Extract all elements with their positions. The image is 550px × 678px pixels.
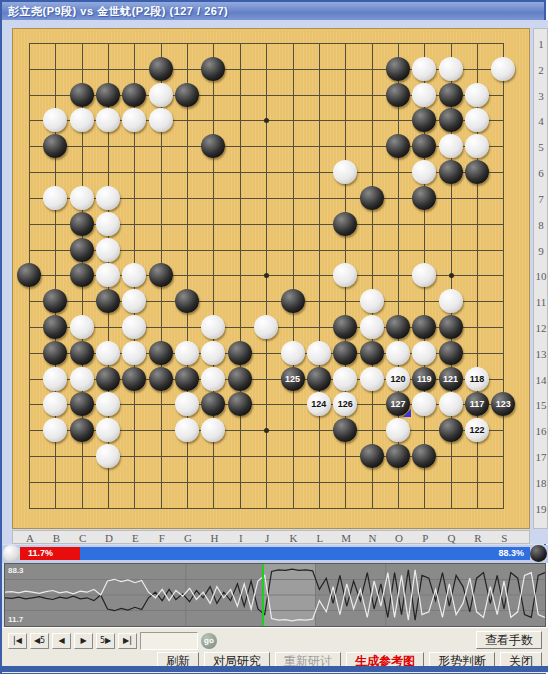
white-stone-G16 <box>175 418 199 442</box>
winrate-track: 11.7% 88.3% <box>20 547 530 560</box>
black-stone-icon <box>530 545 547 562</box>
winrate-red-segment: 11.7% <box>20 547 80 560</box>
nav-button-back5[interactable]: ◀5 <box>30 633 49 649</box>
row-label-14: 14 <box>536 374 547 385</box>
column-label-O: O <box>395 533 403 544</box>
white-stone-L15: 124 <box>307 392 331 416</box>
white-stone-H14 <box>201 367 225 391</box>
black-stone-H2 <box>201 57 225 81</box>
black-stone-M8 <box>333 212 357 236</box>
black-stone-R6 <box>465 160 489 184</box>
row-label-8: 8 <box>538 219 544 230</box>
nav-button-forward5[interactable]: 5▶ <box>96 633 115 649</box>
white-stone-P13 <box>412 341 436 365</box>
white-stone-P10 <box>412 263 436 287</box>
winrate-right-label: 88.3% <box>498 547 524 560</box>
nav-button-back[interactable]: ◀ <box>52 633 71 649</box>
black-stone-I13 <box>228 341 252 365</box>
black-stone-N17 <box>360 444 384 468</box>
white-stone-D16 <box>96 418 120 442</box>
grid-line <box>29 482 504 483</box>
white-stone-G15 <box>175 392 199 416</box>
white-stone-O14: 120 <box>386 367 410 391</box>
black-stone-G3 <box>175 83 199 107</box>
white-stone-Q5 <box>439 134 463 158</box>
white-stone-P15 <box>412 392 436 416</box>
nav-button-first[interactable]: |◀ <box>8 633 27 649</box>
black-stone-O15: 127 <box>386 392 410 416</box>
white-stone-Q11 <box>439 289 463 313</box>
white-stone-D9 <box>96 238 120 262</box>
white-stone-F3 <box>149 83 173 107</box>
white-stone-G13 <box>175 341 199 365</box>
white-stone-L13 <box>307 341 331 365</box>
white-stone-D4 <box>96 108 120 132</box>
column-label-B: B <box>53 533 60 544</box>
window-title: 彭立尧(P9段) vs 金世蚘(P2段) (127 / 267) <box>2 2 544 20</box>
white-stone-E11 <box>122 289 146 313</box>
star-point <box>264 428 269 433</box>
black-stone-A10 <box>17 263 41 287</box>
column-label-S: S <box>501 533 507 544</box>
black-stone-S15: 123 <box>491 392 515 416</box>
black-stone-O5 <box>386 134 410 158</box>
white-stone-H13 <box>201 341 225 365</box>
row-label-5: 5 <box>538 142 544 153</box>
white-stone-icon <box>3 545 20 562</box>
winrate-history-graph[interactable]: 88.3 11.7 <box>4 563 546 627</box>
white-stone-R14: 118 <box>465 367 489 391</box>
grid-line <box>503 43 504 509</box>
black-stone-C16 <box>70 418 94 442</box>
black-stone-Q16 <box>439 418 463 442</box>
black-stone-E3 <box>122 83 146 107</box>
black-stone-P17 <box>412 444 436 468</box>
board-area: 125120119121118124126127117123122 123456… <box>2 20 548 544</box>
black-stone-Q14: 121 <box>439 367 463 391</box>
star-point <box>264 273 269 278</box>
white-stone-B16 <box>43 418 67 442</box>
row-label-19: 19 <box>536 503 547 514</box>
black-stone-N13 <box>360 341 384 365</box>
row-label-1: 1 <box>538 39 544 50</box>
column-coordinate-strip: ABCDEFGHIJKLMNOPQRS <box>12 530 530 544</box>
white-stone-M14 <box>333 367 357 391</box>
white-stone-D7 <box>96 186 120 210</box>
row-label-10: 10 <box>536 271 547 282</box>
row-label-3: 3 <box>538 90 544 101</box>
row-label-16: 16 <box>536 426 547 437</box>
black-stone-O3 <box>386 83 410 107</box>
black-stone-M16 <box>333 418 357 442</box>
white-stone-K13 <box>281 341 305 365</box>
black-stone-G14 <box>175 367 199 391</box>
grid-line <box>372 43 373 509</box>
white-stone-R4 <box>465 108 489 132</box>
white-stone-C7 <box>70 186 94 210</box>
black-stone-Q6 <box>439 160 463 184</box>
black-stone-Q12 <box>439 315 463 339</box>
column-label-N: N <box>369 533 377 544</box>
black-stone-Q4 <box>439 108 463 132</box>
grid-line <box>29 508 504 509</box>
white-stone-D10 <box>96 263 120 287</box>
black-stone-C15 <box>70 392 94 416</box>
black-stone-P7 <box>412 186 436 210</box>
white-stone-N14 <box>360 367 384 391</box>
white-stone-B15 <box>43 392 67 416</box>
app-window: 彭立尧(P9段) vs 金世蚘(P2段) (127 / 267) 1251201… <box>0 0 546 674</box>
white-stone-H12 <box>201 315 225 339</box>
black-stone-C9 <box>70 238 94 262</box>
current-move-cursor[interactable] <box>262 564 264 626</box>
go-board[interactable]: 125120119121118124126127117123122 <box>12 28 530 529</box>
move-number-input[interactable] <box>140 632 198 650</box>
black-stone-P14: 119 <box>412 367 436 391</box>
black-stone-L14 <box>307 367 331 391</box>
white-stone-N11 <box>360 289 384 313</box>
nav-button-last[interactable]: ▶| <box>118 633 137 649</box>
black-stone-F2 <box>149 57 173 81</box>
white-stone-O16 <box>386 418 410 442</box>
black-stone-G11 <box>175 289 199 313</box>
white-stone-Q2 <box>439 57 463 81</box>
black-stone-E14 <box>122 367 146 391</box>
black-stone-H5 <box>201 134 225 158</box>
white-stone-P3 <box>412 83 436 107</box>
white-stone-N12 <box>360 315 384 339</box>
white-stone-R16: 122 <box>465 418 489 442</box>
black-stone-K14: 125 <box>281 367 305 391</box>
white-stone-B7 <box>43 186 67 210</box>
column-label-M: M <box>341 533 351 544</box>
star-point <box>264 118 269 123</box>
row-label-6: 6 <box>538 168 544 179</box>
white-stone-R5 <box>465 134 489 158</box>
black-stone-D3 <box>96 83 120 107</box>
white-stone-C14 <box>70 367 94 391</box>
window-bottom-border <box>2 666 548 672</box>
grid-line <box>319 43 320 509</box>
white-stone-E13 <box>122 341 146 365</box>
go-button[interactable]: go <box>201 633 217 649</box>
row-label-15: 15 <box>536 400 547 411</box>
column-label-P: P <box>422 533 428 544</box>
black-stone-D11 <box>96 289 120 313</box>
white-stone-C12 <box>70 315 94 339</box>
black-stone-P4 <box>412 108 436 132</box>
black-stone-C13 <box>70 341 94 365</box>
black-stone-C8 <box>70 212 94 236</box>
white-stone-B14 <box>43 367 67 391</box>
white-stone-H16 <box>201 418 225 442</box>
black-stone-P12 <box>412 315 436 339</box>
white-stone-R3 <box>465 83 489 107</box>
row-label-7: 7 <box>538 193 544 204</box>
row-label-12: 12 <box>536 323 547 334</box>
white-stone-D8 <box>96 212 120 236</box>
view-moves-button[interactable]: 查看手数 <box>476 631 542 649</box>
winrate-bar: 11.7% 88.3% <box>2 545 548 563</box>
row-label-4: 4 <box>538 116 544 127</box>
black-stone-I15 <box>228 392 252 416</box>
white-stone-S2 <box>491 57 515 81</box>
column-label-H: H <box>210 533 218 544</box>
white-stone-D13 <box>96 341 120 365</box>
black-stone-F14 <box>149 367 173 391</box>
black-stone-O12 <box>386 315 410 339</box>
white-stone-D15 <box>96 392 120 416</box>
white-stone-J12 <box>254 315 278 339</box>
black-stone-C10 <box>70 263 94 287</box>
white-stone-P6 <box>412 160 436 184</box>
row-label-13: 13 <box>536 348 547 359</box>
black-stone-M13 <box>333 341 357 365</box>
black-stone-B11 <box>43 289 67 313</box>
white-stone-F4 <box>149 108 173 132</box>
move-navigation: |◀◀5◀▶5▶▶|go <box>8 632 217 649</box>
row-coordinate-strip: 12345678910111213141516171819 <box>533 28 548 529</box>
black-stone-M12 <box>333 315 357 339</box>
white-stone-P2 <box>412 57 436 81</box>
nav-button-forward[interactable]: ▶ <box>74 633 93 649</box>
row-label-18: 18 <box>536 477 547 488</box>
white-stone-B4 <box>43 108 67 132</box>
black-stone-O2 <box>386 57 410 81</box>
black-stone-F10 <box>149 263 173 287</box>
column-label-Q: Q <box>448 533 456 544</box>
graph-top-value: 88.3 <box>8 566 24 575</box>
white-stone-E4 <box>122 108 146 132</box>
column-label-I: I <box>239 533 243 544</box>
graph-bottom-value: 11.7 <box>8 615 23 624</box>
white-stone-E10 <box>122 263 146 287</box>
row-label-2: 2 <box>538 64 544 75</box>
column-label-J: J <box>265 533 269 544</box>
black-stone-P5 <box>412 134 436 158</box>
white-stone-Q15 <box>439 392 463 416</box>
column-label-L: L <box>316 533 323 544</box>
white-stone-D17 <box>96 444 120 468</box>
column-label-C: C <box>79 533 86 544</box>
black-stone-Q13 <box>439 341 463 365</box>
row-label-17: 17 <box>536 452 547 463</box>
row-label-9: 9 <box>538 245 544 256</box>
column-label-G: G <box>184 533 192 544</box>
row-label-11: 11 <box>536 297 547 308</box>
black-stone-B12 <box>43 315 67 339</box>
last-move-marker <box>403 409 411 417</box>
column-label-F: F <box>159 533 165 544</box>
black-stone-N7 <box>360 186 384 210</box>
black-stone-H15 <box>201 392 225 416</box>
column-label-D: D <box>105 533 113 544</box>
white-stone-E12 <box>122 315 146 339</box>
black-stone-B13 <box>43 341 67 365</box>
winrate-left-label: 11.7% <box>28 547 53 560</box>
black-stone-O17 <box>386 444 410 468</box>
column-label-E: E <box>132 533 139 544</box>
white-stone-M15: 126 <box>333 392 357 416</box>
black-stone-C3 <box>70 83 94 107</box>
column-label-K: K <box>290 533 298 544</box>
black-stone-K11 <box>281 289 305 313</box>
white-stone-M10 <box>333 263 357 287</box>
black-stone-D14 <box>96 367 120 391</box>
black-stone-I14 <box>228 367 252 391</box>
grid-line <box>293 43 294 509</box>
column-label-A: A <box>26 533 34 544</box>
black-stone-B5 <box>43 134 67 158</box>
white-stone-O13 <box>386 341 410 365</box>
black-stone-F13 <box>149 341 173 365</box>
star-point <box>449 273 454 278</box>
white-stone-C4 <box>70 108 94 132</box>
black-stone-Q3 <box>439 83 463 107</box>
white-stone-M6 <box>333 160 357 184</box>
black-stone-R15: 117 <box>465 392 489 416</box>
column-label-R: R <box>474 533 481 544</box>
